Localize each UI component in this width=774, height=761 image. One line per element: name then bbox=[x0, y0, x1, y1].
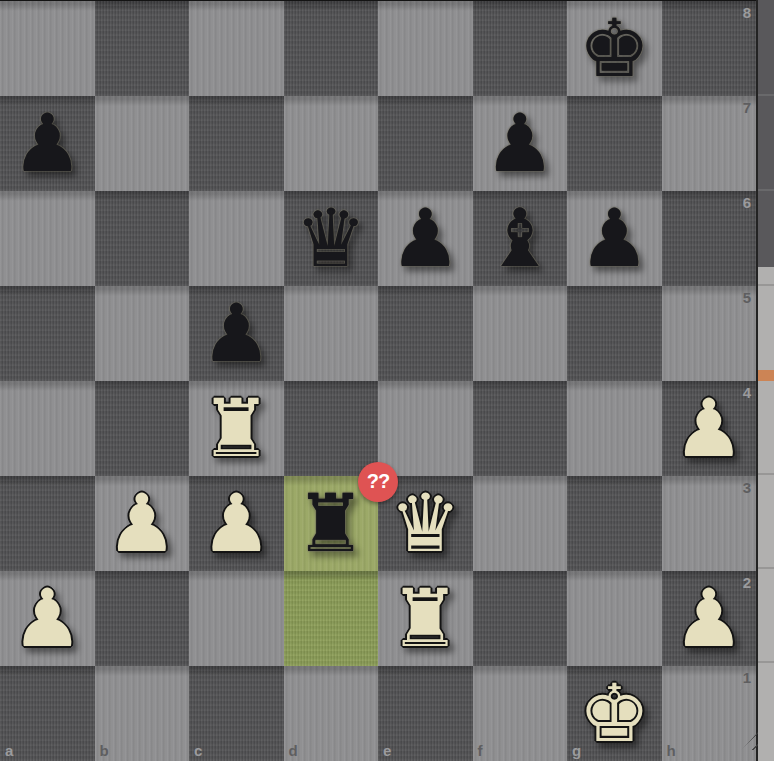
square-b7[interactable] bbox=[95, 96, 190, 191]
square-h7[interactable]: 7 bbox=[662, 96, 757, 191]
rank-label-7: 7 bbox=[743, 99, 751, 116]
square-e2[interactable]: ♜ bbox=[378, 571, 473, 666]
square-f4[interactable] bbox=[473, 381, 568, 476]
square-g3[interactable] bbox=[567, 476, 662, 571]
white-king[interactable]: ♚ bbox=[567, 666, 662, 761]
white-pawn[interactable]: ♟ bbox=[189, 476, 284, 571]
file-label-h: h bbox=[667, 742, 676, 759]
rank-label-1: 1 bbox=[743, 669, 751, 686]
square-a4[interactable] bbox=[0, 381, 95, 476]
eval-gauge-tick bbox=[758, 661, 774, 663]
eval-gauge-marker bbox=[758, 370, 774, 381]
square-b3[interactable]: ♟ bbox=[95, 476, 190, 571]
rank-label-3: 3 bbox=[743, 479, 751, 496]
square-b6[interactable] bbox=[95, 191, 190, 286]
square-e5[interactable] bbox=[378, 286, 473, 381]
square-f2[interactable] bbox=[473, 571, 568, 666]
eval-gauge bbox=[758, 0, 774, 761]
black-pawn[interactable]: ♟ bbox=[378, 191, 473, 286]
eval-gauge-white-fill bbox=[758, 267, 774, 761]
rank-label-6: 6 bbox=[743, 194, 751, 211]
rank-label-5: 5 bbox=[743, 289, 751, 306]
eval-gauge-tick bbox=[758, 473, 774, 475]
black-bishop[interactable]: ♝ bbox=[473, 191, 568, 286]
eval-gauge-tick bbox=[758, 189, 774, 191]
square-a1[interactable]: a bbox=[0, 666, 95, 761]
white-pawn[interactable]: ♟ bbox=[0, 571, 95, 666]
white-pawn[interactable]: ♟ bbox=[662, 381, 757, 476]
square-g2[interactable] bbox=[567, 571, 662, 666]
square-a6[interactable] bbox=[0, 191, 95, 286]
square-a5[interactable] bbox=[0, 286, 95, 381]
square-g4[interactable] bbox=[567, 381, 662, 476]
square-f5[interactable] bbox=[473, 286, 568, 381]
square-h6[interactable]: 6 bbox=[662, 191, 757, 286]
chess-board[interactable]: ♚8♟♟7♛♟♝♟6♟5♜♟4♟♟♜♛3♟♜♟2abcdef♚g1h bbox=[0, 0, 756, 761]
square-a7[interactable]: ♟ bbox=[0, 96, 95, 191]
square-b5[interactable] bbox=[95, 286, 190, 381]
black-king[interactable]: ♚ bbox=[567, 1, 662, 96]
square-e4[interactable] bbox=[378, 381, 473, 476]
square-d1[interactable]: d bbox=[284, 666, 379, 761]
square-h4[interactable]: ♟4 bbox=[662, 381, 757, 476]
square-c5[interactable]: ♟ bbox=[189, 286, 284, 381]
square-b4[interactable] bbox=[95, 381, 190, 476]
square-d2[interactable] bbox=[284, 571, 379, 666]
white-rook[interactable]: ♜ bbox=[378, 571, 473, 666]
square-a2[interactable]: ♟ bbox=[0, 571, 95, 666]
square-d8[interactable] bbox=[284, 1, 379, 96]
file-label-a: a bbox=[5, 742, 13, 759]
square-c3[interactable]: ♟ bbox=[189, 476, 284, 571]
square-c6[interactable] bbox=[189, 191, 284, 286]
square-b1[interactable]: b bbox=[95, 666, 190, 761]
blunder-badge-label: ?? bbox=[367, 470, 389, 493]
square-a3[interactable] bbox=[0, 476, 95, 571]
file-label-e: e bbox=[383, 742, 391, 759]
square-g8[interactable]: ♚ bbox=[567, 1, 662, 96]
black-pawn[interactable]: ♟ bbox=[189, 286, 284, 381]
square-g7[interactable] bbox=[567, 96, 662, 191]
square-d5[interactable] bbox=[284, 286, 379, 381]
square-e7[interactable] bbox=[378, 96, 473, 191]
square-f7[interactable]: ♟ bbox=[473, 96, 568, 191]
black-pawn[interactable]: ♟ bbox=[567, 191, 662, 286]
square-e8[interactable] bbox=[378, 1, 473, 96]
blunder-badge: ?? bbox=[358, 462, 398, 502]
file-label-f: f bbox=[478, 742, 483, 759]
square-e1[interactable]: e bbox=[378, 666, 473, 761]
square-h8[interactable]: 8 bbox=[662, 1, 757, 96]
black-queen[interactable]: ♛ bbox=[284, 191, 379, 286]
square-g1[interactable]: ♚g bbox=[567, 666, 662, 761]
file-label-c: c bbox=[194, 742, 202, 759]
rank-label-8: 8 bbox=[743, 4, 751, 21]
square-g6[interactable]: ♟ bbox=[567, 191, 662, 286]
square-f1[interactable]: f bbox=[473, 666, 568, 761]
square-h3[interactable]: 3 bbox=[662, 476, 757, 571]
file-label-d: d bbox=[289, 742, 298, 759]
square-g5[interactable] bbox=[567, 286, 662, 381]
square-c8[interactable] bbox=[189, 1, 284, 96]
square-a8[interactable] bbox=[0, 1, 95, 96]
square-f6[interactable]: ♝ bbox=[473, 191, 568, 286]
square-d7[interactable] bbox=[284, 96, 379, 191]
square-c1[interactable]: c bbox=[189, 666, 284, 761]
file-label-b: b bbox=[100, 742, 109, 759]
square-h5[interactable]: 5 bbox=[662, 286, 757, 381]
square-e6[interactable]: ♟ bbox=[378, 191, 473, 286]
white-pawn[interactable]: ♟ bbox=[95, 476, 190, 571]
square-d6[interactable]: ♛ bbox=[284, 191, 379, 286]
square-d4[interactable] bbox=[284, 381, 379, 476]
square-f8[interactable] bbox=[473, 1, 568, 96]
square-b8[interactable] bbox=[95, 1, 190, 96]
white-rook[interactable]: ♜ bbox=[189, 381, 284, 476]
black-pawn[interactable]: ♟ bbox=[473, 96, 568, 191]
square-h2[interactable]: ♟2 bbox=[662, 571, 757, 666]
white-pawn[interactable]: ♟ bbox=[662, 571, 757, 666]
eval-gauge-tick bbox=[758, 567, 774, 569]
eval-gauge-tick bbox=[758, 284, 774, 286]
square-c4[interactable]: ♜ bbox=[189, 381, 284, 476]
square-b2[interactable] bbox=[95, 571, 190, 666]
square-c2[interactable] bbox=[189, 571, 284, 666]
square-h1[interactable]: 1h bbox=[662, 666, 757, 761]
eval-gauge-tick bbox=[758, 94, 774, 96]
black-pawn[interactable]: ♟ bbox=[0, 96, 95, 191]
square-c7[interactable] bbox=[189, 96, 284, 191]
analysis-board-view: ♚8♟♟7♛♟♝♟6♟5♜♟4♟♟♜♛3♟♜♟2abcdef♚g1h ?? bbox=[0, 0, 774, 761]
square-f3[interactable] bbox=[473, 476, 568, 571]
